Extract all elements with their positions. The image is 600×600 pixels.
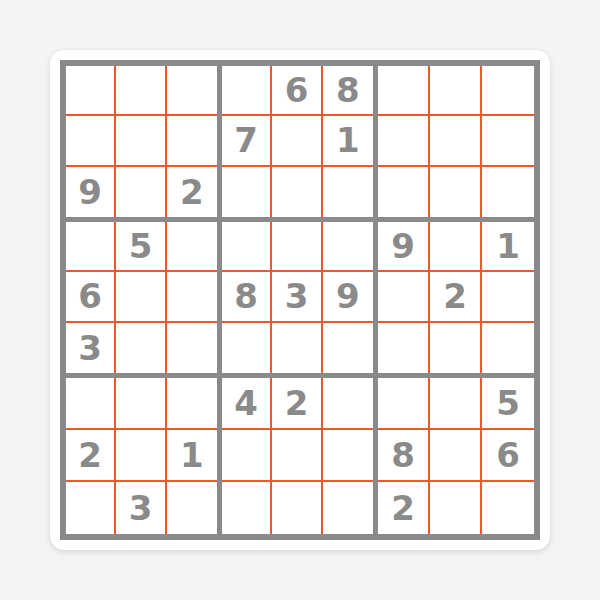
cell-r8c1[interactable]: 2 (66, 430, 116, 482)
cell-r4c2[interactable]: 5 (116, 222, 166, 272)
box-r2c3: 912 (378, 222, 534, 378)
cell-r7c5[interactable]: 2 (272, 378, 322, 430)
cell-r5c9[interactable] (482, 272, 534, 322)
cell-r9c2[interactable]: 3 (116, 482, 166, 534)
cell-r1c1[interactable] (66, 66, 116, 116)
cell-r8c9[interactable]: 6 (482, 430, 534, 482)
cell-r9c1[interactable] (66, 482, 116, 534)
cell-r9c5[interactable] (272, 482, 322, 534)
cell-r7c7[interactable] (378, 378, 430, 430)
cell-r3c5[interactable] (272, 167, 322, 217)
sticker-card: 926871563839912213425862 (50, 50, 550, 550)
cell-r1c7[interactable] (378, 66, 430, 116)
cell-r3c4[interactable] (222, 167, 272, 217)
cell-r1c6[interactable]: 8 (323, 66, 373, 116)
cell-r3c6[interactable] (323, 167, 373, 217)
cell-r7c4[interactable]: 4 (222, 378, 272, 430)
cell-r2c8[interactable] (430, 116, 482, 166)
cell-r1c3[interactable] (167, 66, 217, 116)
cell-r3c2[interactable] (116, 167, 166, 217)
box-r1c3 (378, 66, 534, 222)
cell-r5c2[interactable] (116, 272, 166, 322)
cell-r9c6[interactable] (323, 482, 373, 534)
cell-r3c7[interactable] (378, 167, 430, 217)
cell-r6c6[interactable] (323, 323, 373, 373)
cell-r6c2[interactable] (116, 323, 166, 373)
cell-r7c8[interactable] (430, 378, 482, 430)
cell-r2c1[interactable] (66, 116, 116, 166)
sudoku-board: 926871563839912213425862 (60, 60, 540, 540)
cell-r5c4[interactable]: 8 (222, 272, 272, 322)
cell-r4c3[interactable] (167, 222, 217, 272)
cell-r7c9[interactable]: 5 (482, 378, 534, 430)
box-r1c2: 6871 (222, 66, 378, 222)
cell-r6c3[interactable] (167, 323, 217, 373)
cell-r1c4[interactable] (222, 66, 272, 116)
cell-r6c5[interactable] (272, 323, 322, 373)
cell-r3c1[interactable]: 9 (66, 167, 116, 217)
cell-r8c7[interactable]: 8 (378, 430, 430, 482)
cell-r2c9[interactable] (482, 116, 534, 166)
cell-r9c3[interactable] (167, 482, 217, 534)
cell-r4c6[interactable] (323, 222, 373, 272)
cell-r7c3[interactable] (167, 378, 217, 430)
box-r1c1: 92 (66, 66, 222, 222)
cell-r6c4[interactable] (222, 323, 272, 373)
cell-r2c5[interactable] (272, 116, 322, 166)
cell-r3c3[interactable]: 2 (167, 167, 217, 217)
cell-r8c3[interactable]: 1 (167, 430, 217, 482)
cell-r2c2[interactable] (116, 116, 166, 166)
cell-r2c7[interactable] (378, 116, 430, 166)
box-r3c1: 213 (66, 378, 222, 534)
cell-r5c6[interactable]: 9 (323, 272, 373, 322)
cell-r4c1[interactable] (66, 222, 116, 272)
cell-r8c5[interactable] (272, 430, 322, 482)
box-r3c2: 42 (222, 378, 378, 534)
cell-r6c7[interactable] (378, 323, 430, 373)
cell-r1c9[interactable] (482, 66, 534, 116)
cell-r7c2[interactable] (116, 378, 166, 430)
cell-r4c9[interactable]: 1 (482, 222, 534, 272)
cell-r5c3[interactable] (167, 272, 217, 322)
cell-r4c7[interactable]: 9 (378, 222, 430, 272)
box-r3c3: 5862 (378, 378, 534, 534)
cell-r7c1[interactable] (66, 378, 116, 430)
cell-r1c8[interactable] (430, 66, 482, 116)
cell-r4c8[interactable] (430, 222, 482, 272)
cell-r5c7[interactable] (378, 272, 430, 322)
box-r2c2: 839 (222, 222, 378, 378)
cell-r6c1[interactable]: 3 (66, 323, 116, 373)
cell-r4c5[interactable] (272, 222, 322, 272)
page-background: 926871563839912213425862 (0, 0, 600, 600)
cell-r8c2[interactable] (116, 430, 166, 482)
cell-r5c8[interactable]: 2 (430, 272, 482, 322)
cell-r8c6[interactable] (323, 430, 373, 482)
cell-r8c4[interactable] (222, 430, 272, 482)
cell-r6c9[interactable] (482, 323, 534, 373)
cell-r3c8[interactable] (430, 167, 482, 217)
cell-r3c9[interactable] (482, 167, 534, 217)
cell-r9c7[interactable]: 2 (378, 482, 430, 534)
cell-r2c4[interactable]: 7 (222, 116, 272, 166)
cell-r5c1[interactable]: 6 (66, 272, 116, 322)
cell-r2c3[interactable] (167, 116, 217, 166)
cell-r6c8[interactable] (430, 323, 482, 373)
cell-r1c5[interactable]: 6 (272, 66, 322, 116)
cell-r9c4[interactable] (222, 482, 272, 534)
cell-r8c8[interactable] (430, 430, 482, 482)
cell-r9c9[interactable] (482, 482, 534, 534)
cell-r9c8[interactable] (430, 482, 482, 534)
cell-r1c2[interactable] (116, 66, 166, 116)
box-r2c1: 563 (66, 222, 222, 378)
cell-r7c6[interactable] (323, 378, 373, 430)
cell-r5c5[interactable]: 3 (272, 272, 322, 322)
cell-r4c4[interactable] (222, 222, 272, 272)
cell-r2c6[interactable]: 1 (323, 116, 373, 166)
